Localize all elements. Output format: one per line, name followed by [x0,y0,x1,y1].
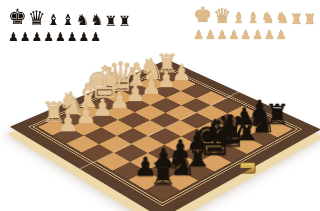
black-b-piece: ♝ [229,110,264,145]
product-photo: ♚♛♝♝♞♞♜♜ ♟♟♟♟♟♟♟♟ ♚♛♝♝♞♞♜♜ ♟♟♟♟♟♟♟♟ ♜♞♝♛… [0,0,320,211]
black-p-piece: ♟ [185,128,210,153]
black-n-piece: ♞ [163,145,198,180]
black-p-piece: ♟ [217,112,241,136]
brass-clasp-icon [240,162,256,174]
black-p-piece: ♟ [201,120,226,145]
black-k-piece: ♚ [190,113,239,162]
tray-piece-p: ♟ [79,31,90,43]
tray-piece-p: ♟ [32,31,43,43]
spare-pieces-tray-white: ♚♛♝♝♞♞♜♜ ♟♟♟♟♟♟♟♟ [193,4,316,41]
black-p-piece: ♟ [168,137,193,162]
black-r-piece: ♜ [147,159,178,190]
tray-piece-p: ♟ [276,29,287,41]
spare-pieces-tray-black: ♚♛♝♝♞♞♜♜ ♟♟♟♟♟♟♟♟ [8,6,131,43]
tray-piece-r: ♜ [303,12,316,26]
tray-piece-n: ♞ [261,11,274,26]
tray-piece-r: ♜ [118,14,131,28]
tray-piece-p: ♟ [264,29,275,41]
tray-piece-p: ♟ [67,31,78,43]
black-p-piece: ♟ [133,154,159,180]
tray-piece-p: ♟ [240,29,251,41]
tray-piece-p: ♟ [8,31,19,43]
tray-black-major-row: ♚♛♝♝♞♞♜♜ [8,6,131,28]
tray-piece-p: ♟ [90,31,101,43]
tray-piece-n: ♞ [275,11,288,26]
tray-piece-k: ♚ [193,5,212,26]
black-q-piece: ♛ [209,110,253,154]
black-n-piece: ♞ [245,104,278,137]
tray-piece-q: ♛ [213,6,231,26]
tray-piece-p: ♟ [43,31,54,43]
chess-board: ♜♞♝♛♚♝♞♜♟♟♟♟♟♟♟♟♟♟♟♟♟♟♟♟♜♞♝♛♚♝♞♜ [10,59,320,211]
black-b-piece: ♝ [179,135,216,172]
tray-piece-r: ♜ [290,12,303,26]
tray-piece-n: ♞ [90,13,103,28]
tray-piece-k: ♚ [8,7,27,28]
white-k-piece: ♚ [83,60,127,104]
tray-piece-p: ♟ [193,29,204,41]
tray-white-pawn-row: ♟♟♟♟♟♟♟♟ [193,28,316,41]
tray-piece-b: ♝ [61,13,74,28]
board-pieces: ♜♞♝♛♚♝♞♜♟♟♟♟♟♟♟♟♟♟♟♟♟♟♟♟♜♞♝♛♚♝♞♜ [38,71,293,200]
tray-piece-b: ♝ [47,13,60,28]
tray-piece-b: ♝ [232,11,245,26]
tray-white-major-row: ♚♛♝♝♞♞♜♜ [193,4,316,26]
tray-piece-p: ♟ [252,29,263,41]
tray-piece-r: ♜ [105,14,118,28]
tray-piece-q: ♛ [28,8,46,28]
tray-piece-p: ♟ [205,29,216,41]
tray-piece-p: ♟ [217,29,228,41]
tray-piece-b: ♝ [247,11,260,26]
tray-black-pawn-row: ♟♟♟♟♟♟♟♟ [8,30,131,43]
tray-piece-p: ♟ [55,31,66,43]
tray-piece-p: ♟ [229,29,240,41]
tray-piece-p: ♟ [20,31,31,43]
tray-piece-n: ♞ [76,13,89,28]
